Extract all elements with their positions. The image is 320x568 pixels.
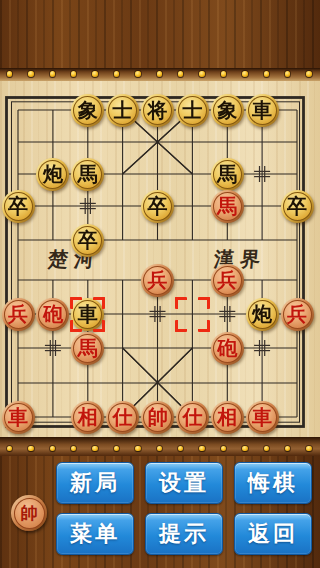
hint-button[interactable]: 提示 — [145, 513, 223, 555]
piece-label: 卒 — [8, 190, 28, 223]
piece-label: 将 — [148, 94, 168, 127]
piece-label: 相 — [78, 401, 98, 434]
piece-label: 砲 — [43, 298, 63, 331]
bottom-stud-rail — [0, 437, 320, 456]
piece-black-soldier[interactable]: 卒 — [141, 190, 174, 223]
stud-icon — [264, 71, 270, 77]
piece-label: 砲 — [217, 332, 237, 365]
stud-icon — [178, 446, 184, 452]
piece-label: 象 — [217, 94, 237, 127]
piece-label: 車 — [8, 401, 28, 434]
piece-black-cannon[interactable]: 炮 — [36, 158, 69, 191]
piece-label: 馬 — [217, 158, 237, 191]
piece-red-elephant[interactable]: 相 — [71, 401, 104, 434]
piece-label: 馬 — [78, 332, 98, 365]
piece-red-horse[interactable]: 馬 — [211, 190, 244, 223]
piece-black-soldier[interactable]: 卒 — [281, 190, 314, 223]
piece-red-soldier[interactable]: 兵 — [2, 298, 35, 331]
piece-black-horse[interactable]: 馬 — [71, 158, 104, 191]
stud-icon — [285, 71, 291, 77]
stud-icon — [114, 446, 120, 452]
piece-black-chariot[interactable]: 車 — [246, 94, 279, 127]
stud-icon — [306, 446, 312, 452]
piece-label: 士 — [113, 94, 133, 127]
piece-red-elephant[interactable]: 相 — [211, 401, 244, 434]
piece-label: 仕 — [182, 401, 202, 434]
stud-icon — [92, 446, 98, 452]
piece-black-chariot[interactable]: 車 — [71, 298, 104, 331]
piece-label: 車 — [252, 94, 272, 127]
top-wood-panel — [0, 0, 320, 70]
stud-icon — [28, 71, 34, 77]
piece-black-horse[interactable]: 馬 — [211, 158, 244, 191]
piece-black-advisor[interactable]: 士 — [176, 94, 209, 127]
general-badge-button[interactable]: 帥 — [11, 495, 47, 531]
stud-icon — [199, 446, 205, 452]
stud-icon — [7, 446, 13, 452]
piece-red-cannon[interactable]: 砲 — [36, 298, 69, 331]
piece-label: 車 — [252, 401, 272, 434]
stud-icon — [50, 446, 56, 452]
piece-label: 卒 — [148, 190, 168, 223]
piece-red-advisor[interactable]: 仕 — [176, 401, 209, 434]
stud-icon — [71, 446, 77, 452]
piece-label: 馬 — [217, 190, 237, 223]
piece-label: 炮 — [252, 298, 272, 331]
piece-red-advisor[interactable]: 仕 — [106, 401, 139, 434]
stud-icon — [71, 71, 77, 77]
stud-icon — [7, 71, 13, 77]
stud-icon — [92, 71, 98, 77]
general-badge-label: 帥 — [21, 495, 38, 531]
stud-icon — [306, 71, 312, 77]
stud-icon — [135, 446, 141, 452]
piece-black-elephant[interactable]: 象 — [211, 94, 244, 127]
piece-black-advisor[interactable]: 士 — [106, 94, 139, 127]
piece-label: 象 — [78, 94, 98, 127]
piece-black-elephant[interactable]: 象 — [71, 94, 104, 127]
stud-icon — [135, 71, 141, 77]
piece-red-chariot[interactable]: 車 — [246, 401, 279, 434]
stud-icon — [264, 446, 270, 452]
stud-icon — [178, 71, 184, 77]
piece-red-cannon[interactable]: 砲 — [211, 332, 244, 365]
piece-red-soldier[interactable]: 兵 — [211, 264, 244, 297]
stud-icon — [157, 71, 163, 77]
top-stud-rail — [0, 68, 320, 81]
piece-label: 兵 — [148, 264, 168, 297]
stud-icon — [199, 71, 205, 77]
piece-label: 卒 — [78, 224, 98, 257]
stud-icon — [242, 71, 248, 77]
piece-black-soldier[interactable]: 卒 — [2, 190, 35, 223]
piece-black-soldier[interactable]: 卒 — [71, 224, 104, 257]
piece-red-general[interactable]: 帥 — [141, 401, 174, 434]
menu-button[interactable]: 菜单 — [56, 513, 134, 555]
piece-label: 帥 — [148, 401, 168, 434]
undo-button[interactable]: 悔棋 — [234, 462, 312, 504]
piece-label: 車 — [78, 298, 98, 331]
back-button[interactable]: 返回 — [234, 513, 312, 555]
settings-button[interactable]: 设置 — [145, 462, 223, 504]
piece-red-horse[interactable]: 馬 — [71, 332, 104, 365]
stud-icon — [221, 446, 227, 452]
stud-icon — [221, 71, 227, 77]
stud-icon — [114, 71, 120, 77]
piece-label: 卒 — [287, 190, 307, 223]
piece-label: 炮 — [43, 158, 63, 191]
piece-label: 兵 — [287, 298, 307, 331]
stud-icon — [157, 446, 163, 452]
piece-label: 士 — [182, 94, 202, 127]
piece-label: 馬 — [78, 158, 98, 191]
stud-icon — [28, 446, 34, 452]
piece-label: 相 — [217, 401, 237, 434]
stud-icon — [242, 446, 248, 452]
stud-icon — [285, 446, 291, 452]
menu-button-grid: 新局设置悔棋菜单提示返回 — [56, 462, 312, 555]
piece-label: 仕 — [113, 401, 133, 434]
piece-red-soldier[interactable]: 兵 — [141, 264, 174, 297]
piece-red-chariot[interactable]: 車 — [2, 401, 35, 434]
xiangqi-app: 楚河 漢界 象士将士象車炮馬馬卒卒馬卒卒兵兵兵砲車炮兵馬砲車相仕帥仕相車 帥 新… — [0, 0, 320, 568]
piece-black-cannon[interactable]: 炮 — [246, 298, 279, 331]
piece-red-soldier[interactable]: 兵 — [281, 298, 314, 331]
new-game-button[interactable]: 新局 — [56, 462, 134, 504]
piece-label: 兵 — [8, 298, 28, 331]
stud-icon — [50, 71, 56, 77]
piece-black-general[interactable]: 将 — [141, 94, 174, 127]
piece-label: 兵 — [217, 264, 237, 297]
